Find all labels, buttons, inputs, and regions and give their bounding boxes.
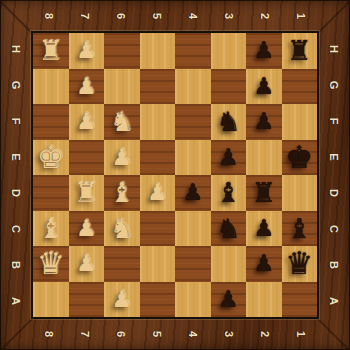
coord-label-bottom-7: 7 bbox=[73, 316, 97, 350]
white-pawn-a6[interactable]: ♟ bbox=[111, 288, 132, 311]
white-pawn-d5[interactable]: ♟ bbox=[147, 181, 168, 204]
coord-label-right-B: B bbox=[316, 253, 350, 277]
coord-label-right-E: E bbox=[316, 145, 350, 169]
square-d4[interactable]: ♟ bbox=[175, 175, 211, 211]
square-b4[interactable] bbox=[175, 246, 211, 282]
square-b6[interactable] bbox=[104, 246, 140, 282]
square-f1[interactable] bbox=[282, 104, 318, 140]
coord-label-left-G: G bbox=[0, 73, 34, 97]
coord-label-top-7: 7 bbox=[73, 0, 97, 34]
coord-label-bottom-2: 2 bbox=[253, 316, 277, 350]
square-d3[interactable]: ♝ bbox=[211, 175, 247, 211]
square-g7[interactable]: ♟ bbox=[69, 69, 105, 105]
square-h1[interactable]: ♜ bbox=[282, 33, 318, 69]
square-a8[interactable] bbox=[33, 282, 69, 318]
coord-label-right-A: A bbox=[316, 289, 350, 313]
white-pawn-f7[interactable]: ♟ bbox=[76, 110, 97, 133]
black-rook-d2[interactable]: ♜ bbox=[252, 179, 276, 206]
black-pawn-h2[interactable]: ♟ bbox=[253, 39, 274, 62]
square-e5[interactable] bbox=[140, 140, 176, 176]
square-e7[interactable] bbox=[69, 140, 105, 176]
square-d8[interactable] bbox=[33, 175, 69, 211]
square-c7[interactable]: ♟ bbox=[69, 211, 105, 247]
coord-label-top-3: 3 bbox=[217, 0, 241, 34]
coord-label-left-A: A bbox=[0, 289, 34, 313]
black-knight-c3[interactable]: ♞ bbox=[216, 215, 240, 242]
square-h7[interactable]: ♟ bbox=[69, 33, 105, 69]
coord-label-bottom-1: 1 bbox=[289, 316, 313, 350]
file-labels-right: HGFEDCBA bbox=[322, 31, 346, 319]
square-d2[interactable]: ♜ bbox=[246, 175, 282, 211]
white-king-e8[interactable]: ♚ bbox=[37, 142, 65, 173]
square-a6[interactable]: ♟ bbox=[104, 282, 140, 318]
black-pawn-b2[interactable]: ♟ bbox=[253, 252, 274, 275]
coord-label-left-F: F bbox=[0, 109, 34, 133]
coord-label-left-B: B bbox=[0, 253, 34, 277]
coord-label-top-2: 2 bbox=[253, 0, 277, 34]
coord-label-bottom-8: 8 bbox=[37, 316, 61, 350]
black-bishop-c1[interactable]: ♝ bbox=[287, 215, 311, 242]
square-f7[interactable]: ♟ bbox=[69, 104, 105, 140]
square-c5[interactable] bbox=[140, 211, 176, 247]
square-f3[interactable]: ♞ bbox=[211, 104, 247, 140]
square-h2[interactable]: ♟ bbox=[246, 33, 282, 69]
square-e6[interactable]: ♟ bbox=[104, 140, 140, 176]
coord-label-bottom-3: 3 bbox=[217, 316, 241, 350]
black-knight-f3[interactable]: ♞ bbox=[216, 108, 240, 135]
square-g5[interactable] bbox=[140, 69, 176, 105]
coord-label-right-G: G bbox=[316, 73, 350, 97]
square-c3[interactable]: ♞ bbox=[211, 211, 247, 247]
black-pawn-c2[interactable]: ♟ bbox=[253, 217, 274, 240]
square-g4[interactable] bbox=[175, 69, 211, 105]
coord-label-top-1: 1 bbox=[289, 0, 313, 34]
square-f4[interactable] bbox=[175, 104, 211, 140]
white-pawn-g7[interactable]: ♟ bbox=[76, 75, 97, 98]
white-pawn-c7[interactable]: ♟ bbox=[76, 217, 97, 240]
coord-label-top-4: 4 bbox=[181, 0, 205, 34]
rank-labels-top: 87654321 bbox=[31, 4, 319, 28]
coord-label-left-E: E bbox=[0, 145, 34, 169]
chessboard-photo: 87654321 87654321 HGFEDCBA HGFEDCBA ♜♟♟♜… bbox=[0, 0, 350, 350]
square-d1[interactable] bbox=[282, 175, 318, 211]
chess-board: ♜♟♟♜♟♟♟♞♞♟♚♟♟♚♜♝♟♟♝♜♝♟♞♞♟♝♛♟♟♛♟♟ bbox=[31, 31, 319, 319]
square-e1[interactable]: ♚ bbox=[282, 140, 318, 176]
square-h4[interactable] bbox=[175, 33, 211, 69]
black-bishop-d3[interactable]: ♝ bbox=[216, 179, 240, 206]
square-b1[interactable]: ♛ bbox=[282, 246, 318, 282]
coord-label-left-H: H bbox=[0, 37, 34, 61]
square-e3[interactable]: ♟ bbox=[211, 140, 247, 176]
square-h8[interactable]: ♜ bbox=[33, 33, 69, 69]
coord-label-right-D: D bbox=[316, 181, 350, 205]
black-pawn-e3[interactable]: ♟ bbox=[218, 146, 239, 169]
frame-miter-joint bbox=[314, 315, 349, 350]
square-e2[interactable] bbox=[246, 140, 282, 176]
square-b7[interactable]: ♟ bbox=[69, 246, 105, 282]
square-f2[interactable]: ♟ bbox=[246, 104, 282, 140]
square-b5[interactable] bbox=[140, 246, 176, 282]
coord-label-bottom-6: 6 bbox=[109, 316, 133, 350]
square-f6[interactable]: ♞ bbox=[104, 104, 140, 140]
black-rook-h1[interactable]: ♜ bbox=[287, 37, 311, 64]
white-pawn-e6[interactable]: ♟ bbox=[111, 146, 132, 169]
white-queen-b8[interactable]: ♛ bbox=[37, 248, 65, 279]
square-a3[interactable]: ♟ bbox=[211, 282, 247, 318]
white-rook-h8[interactable]: ♜ bbox=[39, 37, 63, 64]
square-c6[interactable]: ♞ bbox=[104, 211, 140, 247]
square-e8[interactable]: ♚ bbox=[33, 140, 69, 176]
square-d5[interactable]: ♟ bbox=[140, 175, 176, 211]
white-rook-d7[interactable]: ♜ bbox=[74, 179, 98, 206]
coord-label-top-8: 8 bbox=[37, 0, 61, 34]
square-d7[interactable]: ♜ bbox=[69, 175, 105, 211]
square-e4[interactable] bbox=[175, 140, 211, 176]
square-g6[interactable] bbox=[104, 69, 140, 105]
coord-label-bottom-5: 5 bbox=[145, 316, 169, 350]
square-a5[interactable] bbox=[140, 282, 176, 318]
black-pawn-f2[interactable]: ♟ bbox=[253, 110, 274, 133]
white-pawn-h7[interactable]: ♟ bbox=[76, 39, 97, 62]
square-c1[interactable]: ♝ bbox=[282, 211, 318, 247]
square-g8[interactable] bbox=[33, 69, 69, 105]
square-c8[interactable]: ♝ bbox=[33, 211, 69, 247]
white-knight-f6[interactable]: ♞ bbox=[110, 108, 134, 135]
square-a7[interactable] bbox=[69, 282, 105, 318]
square-c2[interactable]: ♟ bbox=[246, 211, 282, 247]
square-a2[interactable] bbox=[246, 282, 282, 318]
square-a1[interactable] bbox=[282, 282, 318, 318]
coord-label-top-5: 5 bbox=[145, 0, 169, 34]
square-h3[interactable] bbox=[211, 33, 247, 69]
coord-label-left-D: D bbox=[0, 181, 34, 205]
coord-label-bottom-4: 4 bbox=[181, 316, 205, 350]
square-f5[interactable] bbox=[140, 104, 176, 140]
square-g2[interactable]: ♟ bbox=[246, 69, 282, 105]
square-d6[interactable]: ♝ bbox=[104, 175, 140, 211]
square-g3[interactable] bbox=[211, 69, 247, 105]
rank-labels-bottom: 87654321 bbox=[31, 322, 319, 346]
coord-label-right-H: H bbox=[316, 37, 350, 61]
square-h6[interactable] bbox=[104, 33, 140, 69]
file-labels-left: HGFEDCBA bbox=[4, 31, 28, 319]
coord-label-left-C: C bbox=[0, 217, 34, 241]
square-g1[interactable] bbox=[282, 69, 318, 105]
black-queen-b1[interactable]: ♛ bbox=[285, 248, 313, 279]
square-f8[interactable] bbox=[33, 104, 69, 140]
square-h5[interactable] bbox=[140, 33, 176, 69]
square-b3[interactable] bbox=[211, 246, 247, 282]
square-b2[interactable]: ♟ bbox=[246, 246, 282, 282]
coord-label-right-C: C bbox=[316, 217, 350, 241]
black-pawn-g2[interactable]: ♟ bbox=[253, 75, 274, 98]
square-c4[interactable] bbox=[175, 211, 211, 247]
black-king-e1[interactable]: ♚ bbox=[285, 142, 313, 173]
square-a4[interactable] bbox=[175, 282, 211, 318]
coord-label-right-F: F bbox=[316, 109, 350, 133]
black-pawn-d4[interactable]: ♟ bbox=[182, 181, 203, 204]
square-b8[interactable]: ♛ bbox=[33, 246, 69, 282]
black-pawn-a3[interactable]: ♟ bbox=[218, 288, 239, 311]
white-bishop-c8[interactable]: ♝ bbox=[39, 215, 63, 242]
white-pawn-b7[interactable]: ♟ bbox=[76, 252, 97, 275]
white-knight-c6[interactable]: ♞ bbox=[110, 215, 134, 242]
coord-label-top-6: 6 bbox=[109, 0, 133, 34]
white-bishop-d6[interactable]: ♝ bbox=[110, 179, 134, 206]
